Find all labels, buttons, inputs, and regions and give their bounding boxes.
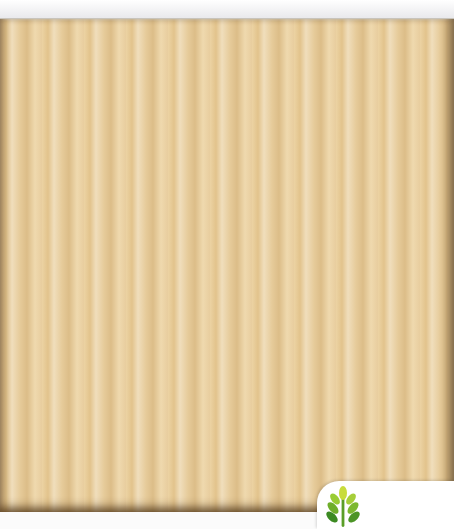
xiangqi-board[interactable]	[0, 18, 454, 512]
top-file-coordinates	[0, 0, 454, 19]
wheat-logo-icon	[325, 485, 361, 527]
watermark-badge	[317, 481, 454, 529]
xiangqi-app-screenshot	[0, 0, 454, 529]
